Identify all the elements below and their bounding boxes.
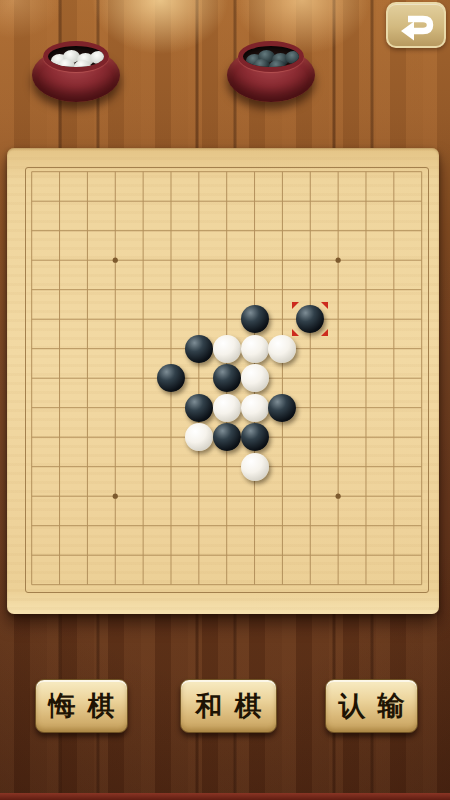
back-button[interactable]	[386, 2, 446, 48]
undo-button[interactable]: 悔棋	[35, 679, 128, 733]
bowl-stone-black	[285, 51, 302, 64]
bowl-opening	[238, 41, 304, 72]
bowl-opening	[43, 41, 109, 72]
black-stone-bowl	[227, 39, 315, 103]
stone-white	[185, 423, 213, 451]
stone-black	[241, 423, 269, 451]
game-screen: 悔棋 和棋 认输	[0, 0, 450, 800]
stone-white	[213, 394, 241, 422]
stone-white	[241, 364, 269, 392]
bowl-stone-black	[253, 59, 270, 72]
bowl-stone-white	[90, 51, 107, 64]
resign-button[interactable]: 认输	[325, 679, 418, 733]
stone-white	[241, 394, 269, 422]
bowl-stone-black	[269, 60, 286, 72]
stone-white	[213, 335, 241, 363]
stone-black	[213, 423, 241, 451]
stone-white	[241, 335, 269, 363]
game-board[interactable]	[7, 148, 439, 614]
bowl-stone-white	[58, 59, 75, 72]
stone-black	[213, 364, 241, 392]
stone-black	[157, 364, 185, 392]
stone-white	[268, 335, 296, 363]
draw-button[interactable]: 和棋	[180, 679, 277, 733]
return-arrow-icon	[396, 9, 436, 41]
stone-black	[241, 305, 269, 333]
bowl-stone-white	[74, 60, 91, 72]
stone-black	[268, 394, 296, 422]
bottom-accent-strip	[0, 793, 450, 800]
stone-black	[185, 394, 213, 422]
stone-black	[185, 335, 213, 363]
stone-white	[241, 453, 269, 481]
white-stone-bowl	[32, 39, 120, 103]
